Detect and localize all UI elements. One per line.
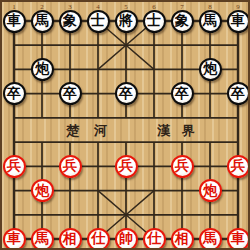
piece-black-elephant[interactable]: 象: [59, 10, 82, 33]
xiangqi-board: 123456789 楚河 漢界 車馬象士將士象馬車炮炮卒卒卒卒卒兵兵兵兵兵炮炮車…: [0, 0, 250, 250]
piece-red-soldier[interactable]: 兵: [227, 155, 250, 178]
piece-black-advisor[interactable]: 士: [143, 10, 166, 33]
piece-red-chariot[interactable]: 車: [227, 228, 250, 250]
piece-black-soldier[interactable]: 卒: [59, 82, 82, 105]
river-label-left: 楚河: [66, 122, 122, 140]
piece-red-cannon[interactable]: 炮: [199, 179, 222, 202]
piece-red-horse[interactable]: 馬: [199, 228, 222, 250]
piece-black-chariot[interactable]: 車: [227, 10, 250, 33]
piece-red-soldier[interactable]: 兵: [59, 155, 82, 178]
piece-black-horse[interactable]: 馬: [199, 10, 222, 33]
piece-red-advisor[interactable]: 仕: [87, 228, 110, 250]
piece-red-soldier[interactable]: 兵: [115, 155, 138, 178]
piece-black-chariot[interactable]: 車: [3, 10, 26, 33]
piece-black-general[interactable]: 將: [115, 10, 138, 33]
piece-red-cannon[interactable]: 炮: [31, 179, 54, 202]
piece-black-cannon[interactable]: 炮: [199, 58, 222, 81]
piece-red-elephant[interactable]: 相: [171, 228, 194, 250]
piece-black-soldier[interactable]: 卒: [171, 82, 194, 105]
piece-black-advisor[interactable]: 士: [87, 10, 110, 33]
piece-black-cannon[interactable]: 炮: [31, 58, 54, 81]
piece-red-chariot[interactable]: 車: [3, 228, 26, 250]
piece-red-general[interactable]: 帥: [115, 228, 138, 250]
board-grid: [2, 2, 250, 250]
piece-black-soldier[interactable]: 卒: [115, 82, 138, 105]
piece-red-soldier[interactable]: 兵: [171, 155, 194, 178]
piece-red-elephant[interactable]: 相: [59, 228, 82, 250]
piece-red-soldier[interactable]: 兵: [3, 155, 26, 178]
piece-black-soldier[interactable]: 卒: [3, 82, 26, 105]
piece-black-horse[interactable]: 馬: [31, 10, 54, 33]
piece-black-elephant[interactable]: 象: [171, 10, 194, 33]
river-label-right: 漢界: [157, 122, 207, 140]
piece-red-horse[interactable]: 馬: [31, 228, 54, 250]
piece-black-soldier[interactable]: 卒: [227, 82, 250, 105]
piece-red-advisor[interactable]: 仕: [143, 228, 166, 250]
